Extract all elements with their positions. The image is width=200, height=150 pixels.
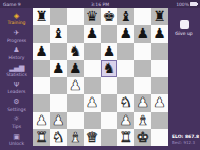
square-e3[interactable]	[101, 94, 118, 111]
piece-white-bishop: ♝	[136, 112, 149, 129]
square-f5[interactable]	[117, 60, 134, 77]
graduation-cap-icon: ◈	[14, 12, 19, 20]
square-e1[interactable]	[101, 129, 118, 146]
square-d2[interactable]	[84, 112, 101, 129]
square-h5[interactable]	[151, 60, 168, 77]
square-h4[interactable]	[151, 77, 168, 94]
square-b4[interactable]	[50, 77, 67, 94]
square-a2[interactable]: ♟	[33, 112, 50, 129]
piece-black-pawn: ♟	[69, 60, 82, 77]
square-a4[interactable]	[33, 77, 50, 94]
square-d3[interactable]: ♟	[84, 94, 101, 111]
piece-black-rook: ♜	[35, 8, 48, 25]
pawn-icon: ♟	[13, 46, 19, 54]
square-h1[interactable]	[151, 129, 168, 146]
piece-white-rook: ♜	[35, 129, 48, 146]
sidebar-item-label: Training	[8, 20, 26, 25]
trophy-icon: Ψ	[14, 81, 20, 89]
square-f7[interactable]: ♟	[117, 25, 134, 42]
square-g8[interactable]	[134, 8, 151, 25]
piece-white-queen: ♛	[86, 129, 99, 146]
sidebar: ◈ Training ✈ Progress ♟ History ▂▄▆ Stat…	[0, 8, 33, 150]
battery-percent: 100%	[176, 2, 189, 7]
square-f2[interactable]: ♟	[117, 112, 134, 129]
square-e8[interactable]: ♚	[101, 8, 118, 25]
square-e2[interactable]	[101, 112, 118, 129]
gear-icon: ⚙	[13, 98, 19, 106]
lightbulb-icon: ☼	[13, 115, 19, 123]
sidebar-item-training[interactable]: ◈ Training	[0, 10, 33, 27]
sidebar-item-history[interactable]: ♟ History	[0, 45, 33, 62]
piece-black-king: ♚	[103, 8, 116, 25]
piece-white-pawn: ♟	[153, 94, 166, 111]
square-c6[interactable]: ♞	[67, 43, 84, 60]
square-h3[interactable]: ♟	[151, 94, 168, 111]
sidebar-item-label: Settings	[7, 107, 25, 112]
square-f1[interactable]: ♜	[117, 129, 134, 146]
piece-white-king: ♚	[136, 129, 149, 146]
elo-rating: ELO: 867.8	[172, 134, 199, 139]
square-b2[interactable]: ♟	[50, 112, 67, 129]
sidebar-item-statistics[interactable]: ▂▄▆ Statistics	[0, 62, 33, 79]
piece-white-pawn: ♟	[120, 112, 133, 129]
piece-black-rook: ♜	[153, 8, 166, 25]
square-f6[interactable]	[117, 43, 134, 60]
piece-black-pawn: ♟	[103, 43, 116, 60]
piece-white-knight: ♞	[120, 94, 133, 111]
square-g4[interactable]	[134, 77, 151, 94]
square-e7[interactable]	[101, 25, 118, 42]
give-up-icon	[180, 20, 189, 29]
main-content: ◈ Training ✈ Progress ♟ History ▂▄▆ Stat…	[0, 8, 200, 150]
piece-white-pawn: ♟	[35, 112, 48, 129]
piece-black-pawn: ♟	[52, 60, 65, 77]
piece-black-pawn: ♟	[86, 25, 99, 42]
app-window: Game 9 3:16 PM 100% ◈ Training ✈ Progres…	[0, 0, 200, 150]
square-c3[interactable]	[67, 94, 84, 111]
piece-black-queen: ♛	[86, 8, 99, 25]
piece-white-knight: ♞	[52, 129, 65, 146]
square-b1[interactable]: ♞	[50, 129, 67, 146]
square-g3[interactable]: ♟	[134, 94, 151, 111]
elo-best: Best: 912.3	[172, 140, 199, 145]
square-a5[interactable]	[33, 60, 50, 77]
square-g1[interactable]: ♚	[134, 129, 151, 146]
square-g2[interactable]: ♝	[134, 112, 151, 129]
square-e6[interactable]: ♟	[101, 43, 118, 60]
square-h8[interactable]: ♜	[151, 8, 168, 25]
square-d6[interactable]	[84, 43, 101, 60]
square-d4[interactable]	[84, 77, 101, 94]
sidebar-item-label: Tips	[12, 124, 21, 129]
sidebar-item-leaders[interactable]: Ψ Leaders	[0, 79, 33, 96]
battery-indicator: 100%	[176, 2, 197, 7]
square-a6[interactable]: ♟	[33, 43, 50, 60]
square-g7[interactable]: ♟	[134, 25, 151, 42]
piece-black-bishop: ♝	[120, 8, 133, 25]
piece-white-rook: ♜	[120, 129, 133, 146]
square-f3[interactable]: ♞	[117, 94, 134, 111]
square-b6[interactable]	[50, 43, 67, 60]
piece-black-knight: ♞	[69, 43, 82, 60]
square-d8[interactable]: ♛	[84, 8, 101, 25]
square-b3[interactable]	[50, 94, 67, 111]
square-c8[interactable]	[67, 8, 84, 25]
sidebar-item-progress[interactable]: ✈ Progress	[0, 27, 33, 44]
sidebar-item-label: Statistics	[6, 72, 27, 77]
piece-black-knight: ♞	[103, 60, 116, 77]
square-a3[interactable]	[33, 94, 50, 111]
square-b8[interactable]	[50, 8, 67, 25]
battery-icon	[190, 2, 197, 6]
square-f4[interactable]	[117, 77, 134, 94]
sidebar-item-label: History	[8, 55, 24, 60]
square-f8[interactable]: ♝	[117, 8, 134, 25]
square-d5[interactable]	[84, 60, 101, 77]
sidebar-item-unlock[interactable]: ▣ Unlock	[0, 131, 33, 148]
elo-info: ELO: 867.8 Best: 912.3	[172, 134, 199, 145]
give-up-button[interactable]: Give up	[168, 20, 200, 36]
piece-white-pawn: ♟	[86, 94, 99, 111]
piece-white-pawn: ♟	[52, 112, 65, 129]
square-c1[interactable]: ♝	[67, 129, 84, 146]
square-c5[interactable]: ♟	[67, 60, 84, 77]
right-panel: Give up ELO: 867.8 Best: 912.3	[168, 8, 200, 150]
square-a1[interactable]: ♜	[33, 129, 50, 146]
chess-board-area: ♜♛♚♝♜♝♟♟♟♟♟♞♟♟♟♞♟♟♞♟♟♟♟♟♝♜♞♝♛♜♚	[33, 8, 168, 150]
piece-white-pawn: ♟	[69, 77, 82, 94]
square-b5[interactable]: ♟	[50, 60, 67, 77]
square-h2[interactable]	[151, 112, 168, 129]
square-c4[interactable]: ♟	[67, 77, 84, 94]
piece-black-pawn: ♟	[136, 25, 149, 42]
sidebar-item-tips[interactable]: ☼ Tips	[0, 114, 33, 131]
square-g5[interactable]	[134, 60, 151, 77]
status-time: 3:16 PM	[0, 2, 200, 7]
square-a7[interactable]	[33, 25, 50, 42]
sidebar-item-settings[interactable]: ⚙ Settings	[0, 96, 33, 113]
piece-white-pawn: ♟	[136, 94, 149, 111]
briefcase-icon: ▣	[13, 133, 20, 141]
piece-black-bishop: ♝	[52, 25, 65, 42]
piece-black-pawn: ♟	[120, 25, 133, 42]
give-up-label: Give up	[175, 31, 192, 36]
square-e4[interactable]	[101, 77, 118, 94]
rocket-icon: ✈	[14, 29, 20, 37]
square-e5[interactable]: ♞	[101, 60, 118, 77]
square-h7[interactable]: ♟	[151, 25, 168, 42]
sidebar-item-label: Unlock	[9, 141, 24, 146]
square-b7[interactable]: ♝	[50, 25, 67, 42]
sidebar-item-label: Progress	[7, 38, 26, 43]
square-g6[interactable]	[134, 43, 151, 60]
square-d7[interactable]: ♟	[84, 25, 101, 42]
bar-chart-icon: ▂▄▆	[9, 64, 24, 72]
status-bar: Game 9 3:16 PM 100%	[0, 0, 200, 8]
square-h6[interactable]	[151, 43, 168, 60]
piece-black-pawn: ♟	[35, 43, 48, 60]
square-a8[interactable]: ♜	[33, 8, 50, 25]
square-d1[interactable]: ♛	[84, 129, 101, 146]
chess-board: ♜♛♚♝♜♝♟♟♟♟♟♞♟♟♟♞♟♟♞♟♟♟♟♟♝♜♞♝♛♜♚	[33, 8, 168, 146]
piece-black-pawn: ♟	[153, 25, 166, 42]
square-c2[interactable]	[67, 112, 84, 129]
square-c7[interactable]	[67, 25, 84, 42]
piece-white-bishop: ♝	[69, 129, 82, 146]
sidebar-item-label: Leaders	[8, 89, 26, 94]
